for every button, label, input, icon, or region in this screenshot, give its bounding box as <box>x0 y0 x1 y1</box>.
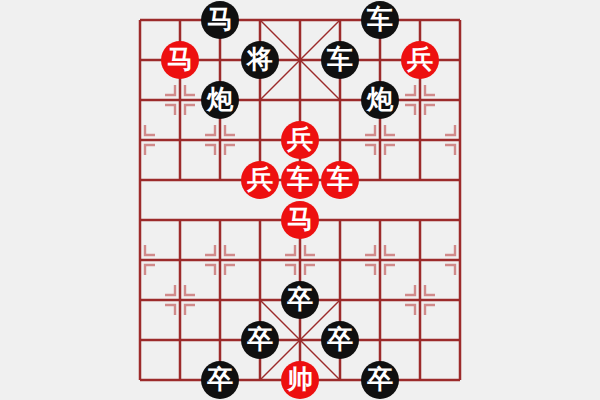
piece-black-general[interactable]: 将 <box>241 41 279 79</box>
piece-black-cannon[interactable]: 炮 <box>201 81 239 119</box>
piece-black-horse[interactable]: 马 <box>201 1 239 39</box>
pieces-layer: 马车马将车兵炮炮兵兵车车马卒卒卒卒帅卒 <box>120 0 480 400</box>
piece-black-soldier[interactable]: 卒 <box>321 321 359 359</box>
piece-black-soldier[interactable]: 卒 <box>361 361 399 399</box>
piece-red-chariot[interactable]: 车 <box>281 161 319 199</box>
piece-black-chariot[interactable]: 车 <box>361 1 399 39</box>
piece-black-soldier[interactable]: 卒 <box>241 321 279 359</box>
piece-black-soldier[interactable]: 卒 <box>201 361 239 399</box>
xiangqi-board: 马车马将车兵炮炮兵兵车车马卒卒卒卒帅卒 <box>0 0 600 400</box>
piece-black-chariot[interactable]: 车 <box>321 41 359 79</box>
piece-red-chariot[interactable]: 车 <box>321 161 359 199</box>
piece-red-soldier[interactable]: 兵 <box>281 121 319 159</box>
piece-red-general[interactable]: 帅 <box>281 361 319 399</box>
piece-red-soldier[interactable]: 兵 <box>241 161 279 199</box>
piece-red-horse[interactable]: 马 <box>281 201 319 239</box>
piece-black-cannon[interactable]: 炮 <box>361 81 399 119</box>
piece-black-soldier[interactable]: 卒 <box>281 281 319 319</box>
piece-red-soldier[interactable]: 兵 <box>401 41 439 79</box>
piece-red-horse[interactable]: 马 <box>161 41 199 79</box>
